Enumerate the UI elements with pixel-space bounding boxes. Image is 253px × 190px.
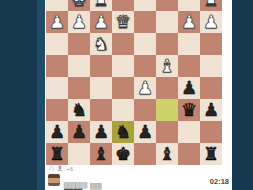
white-pawn-d5[interactable]: ♟ xyxy=(137,77,153,99)
white-pawn-h2[interactable]: ♟ xyxy=(49,11,65,33)
square-e7[interactable]: ♞ xyxy=(112,121,134,143)
square-d4[interactable] xyxy=(134,55,156,77)
captured-white-bishop-icon: ♗ xyxy=(56,164,63,173)
black-knight-g6[interactable]: ♞ xyxy=(71,99,87,121)
square-f4[interactable] xyxy=(90,55,112,77)
square-b1[interactable] xyxy=(178,0,200,11)
square-g1[interactable]: ♚ xyxy=(68,0,90,11)
square-g2[interactable]: ♟ xyxy=(68,11,90,33)
square-c6[interactable] xyxy=(156,99,178,121)
square-h2[interactable]: ♟ xyxy=(46,11,68,33)
square-d7[interactable]: ♟ xyxy=(134,121,156,143)
square-b6[interactable]: ♛ xyxy=(178,99,200,121)
square-g4[interactable] xyxy=(68,55,90,77)
square-b8[interactable] xyxy=(178,143,200,165)
square-h3[interactable] xyxy=(46,33,68,55)
square-b4[interactable] xyxy=(178,55,200,77)
square-c7[interactable] xyxy=(156,121,178,143)
square-c2[interactable] xyxy=(156,11,178,33)
black-rook-a8[interactable]: ♜ xyxy=(203,143,219,165)
square-h8[interactable]: ♜ xyxy=(46,143,68,165)
square-a7[interactable] xyxy=(200,121,222,143)
square-b2[interactable]: ♟ xyxy=(178,11,200,33)
black-pawn-a6[interactable]: ♟ xyxy=(203,99,219,121)
white-king-g1[interactable]: ♚ xyxy=(71,0,87,11)
square-d3[interactable] xyxy=(134,33,156,55)
square-a2[interactable]: ♟ xyxy=(200,11,222,33)
square-f5[interactable] xyxy=(90,77,112,99)
square-a4[interactable] xyxy=(200,55,222,77)
black-pawn-h7[interactable]: ♟ xyxy=(49,121,65,143)
square-g7[interactable]: ♟ xyxy=(68,121,90,143)
square-h5[interactable] xyxy=(46,77,68,99)
black-pawn-g7[interactable]: ♟ xyxy=(71,121,87,143)
page-edge-strip xyxy=(37,0,45,190)
square-f7[interactable]: ♟ xyxy=(90,121,112,143)
player-bar-bottom: ████ ███ ██████ xyxy=(48,174,230,189)
square-a8[interactable]: ♜ xyxy=(200,143,222,165)
square-h4[interactable] xyxy=(46,55,68,77)
square-e1[interactable] xyxy=(112,0,134,11)
square-f2[interactable]: ♟ xyxy=(90,11,112,33)
square-d5[interactable]: ♟ xyxy=(134,77,156,99)
player-rating: ███ xyxy=(90,183,102,189)
material-advantage: +6 xyxy=(66,166,73,172)
black-bishop-f8[interactable]: ♝ xyxy=(93,143,109,165)
square-b5[interactable]: ♟ xyxy=(178,77,200,99)
white-pawn-g2[interactable]: ♟ xyxy=(71,11,87,33)
square-f8[interactable]: ♝ xyxy=(90,143,112,165)
captured-white-knight-icon: ♘ xyxy=(48,164,55,173)
black-pawn-d7[interactable]: ♟ xyxy=(137,121,153,143)
square-d1[interactable] xyxy=(134,0,156,11)
white-pawn-a2[interactable]: ♟ xyxy=(203,11,219,33)
square-d8[interactable] xyxy=(134,143,156,165)
square-b7[interactable] xyxy=(178,121,200,143)
square-d6[interactable] xyxy=(134,99,156,121)
square-c1[interactable] xyxy=(156,0,178,11)
square-g8[interactable] xyxy=(68,143,90,165)
square-c4[interactable]: ♝ xyxy=(156,55,178,77)
square-e2[interactable]: ♛ xyxy=(112,11,134,33)
square-d2[interactable] xyxy=(134,11,156,33)
player-clock: 02:18 xyxy=(210,177,229,186)
player-subtitle: ██████ xyxy=(64,182,87,188)
avatar[interactable] xyxy=(48,174,60,186)
square-a5[interactable] xyxy=(200,77,222,99)
captured-material: ♘ ♗ +6 xyxy=(48,164,73,173)
square-h1[interactable] xyxy=(46,0,68,11)
square-g6[interactable]: ♞ xyxy=(68,99,90,121)
square-e4[interactable] xyxy=(112,55,134,77)
black-rook-h8[interactable]: ♜ xyxy=(49,143,65,165)
black-king-e8[interactable]: ♚ xyxy=(115,143,131,165)
black-pawn-b5[interactable]: ♟ xyxy=(181,77,197,99)
square-c8[interactable]: ♝ xyxy=(156,143,178,165)
black-pawn-f7[interactable]: ♟ xyxy=(93,121,109,143)
black-bishop-c8[interactable]: ♝ xyxy=(159,143,175,165)
chess-board[interactable]: ♚♜♜♟♟♟♛♟♟♞♝♟♟♞♛♟♟♟♟♞♟♜♝♚♝♜ xyxy=(46,0,222,165)
white-rook-a1[interactable]: ♜ xyxy=(203,0,219,11)
square-f6[interactable] xyxy=(90,99,112,121)
white-bishop-c4[interactable]: ♝ xyxy=(159,55,175,77)
square-f3[interactable]: ♞ xyxy=(90,33,112,55)
square-e8[interactable]: ♚ xyxy=(112,143,134,165)
square-e6[interactable] xyxy=(112,99,134,121)
white-pawn-b2[interactable]: ♟ xyxy=(181,11,197,33)
square-h6[interactable] xyxy=(46,99,68,121)
square-a3[interactable] xyxy=(200,33,222,55)
square-b3[interactable] xyxy=(178,33,200,55)
white-rook-f1[interactable]: ♜ xyxy=(93,0,109,11)
square-c3[interactable] xyxy=(156,33,178,55)
lichess-page: ♚♜♜♟♟♟♛♟♟♞♝♟♟♞♛♟♟♟♟♞♟♜♝♚♝♜ ♘ ♗ +6 ████ █… xyxy=(0,0,253,190)
black-queen-b6[interactable]: ♛ xyxy=(181,99,197,121)
black-knight-e7[interactable]: ♞ xyxy=(115,121,131,143)
square-e3[interactable] xyxy=(112,33,134,55)
white-knight-f3[interactable]: ♞ xyxy=(93,33,109,55)
square-e5[interactable] xyxy=(112,77,134,99)
square-f1[interactable]: ♜ xyxy=(90,0,112,11)
square-a1[interactable]: ♜ xyxy=(200,0,222,11)
square-a6[interactable]: ♟ xyxy=(200,99,222,121)
square-h7[interactable]: ♟ xyxy=(46,121,68,143)
white-pawn-f2[interactable]: ♟ xyxy=(93,11,109,33)
square-g3[interactable] xyxy=(68,33,90,55)
square-g5[interactable] xyxy=(68,77,90,99)
white-queen-e2[interactable]: ♛ xyxy=(115,11,131,33)
square-c5[interactable] xyxy=(156,77,178,99)
